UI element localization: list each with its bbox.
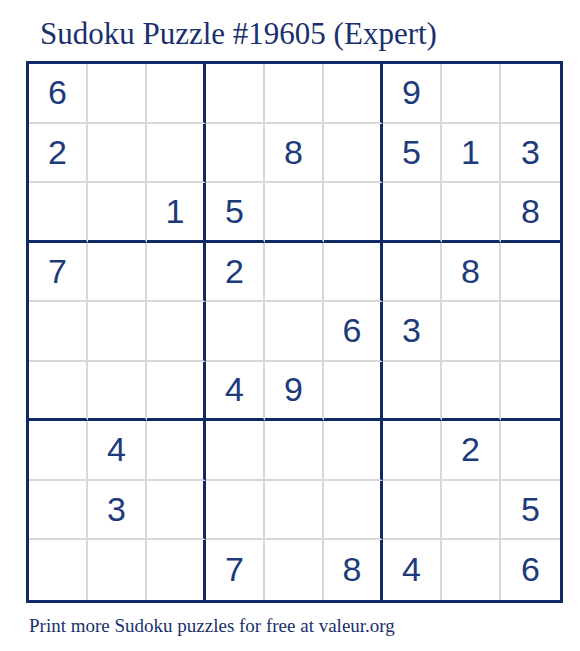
sudoku-cell[interactable] xyxy=(88,124,147,184)
sudoku-cell[interactable] xyxy=(147,302,206,362)
sudoku-cell[interactable] xyxy=(442,302,501,362)
sudoku-cell[interactable]: 5 xyxy=(206,183,265,243)
sudoku-cell[interactable]: 9 xyxy=(383,64,442,124)
footer-text: Print more Sudoku puzzles for free at va… xyxy=(29,615,395,637)
sudoku-cell[interactable]: 2 xyxy=(29,124,88,184)
sudoku-cell[interactable] xyxy=(324,124,383,184)
sudoku-cell[interactable] xyxy=(29,183,88,243)
sudoku-cell[interactable]: 5 xyxy=(383,124,442,184)
sudoku-cell[interactable]: 3 xyxy=(383,302,442,362)
sudoku-cell[interactable] xyxy=(501,302,560,362)
sudoku-cell[interactable] xyxy=(265,421,324,481)
sudoku-cell[interactable] xyxy=(29,540,88,600)
sudoku-cell[interactable]: 3 xyxy=(88,481,147,541)
sudoku-cell[interactable]: 6 xyxy=(501,540,560,600)
sudoku-cell[interactable] xyxy=(88,183,147,243)
sudoku-cell[interactable] xyxy=(501,421,560,481)
sudoku-cell[interactable] xyxy=(147,421,206,481)
sudoku-cell[interactable] xyxy=(147,540,206,600)
sudoku-cell[interactable]: 8 xyxy=(324,540,383,600)
sudoku-cell[interactable] xyxy=(265,302,324,362)
sudoku-cell[interactable]: 7 xyxy=(29,243,88,303)
sudoku-cell[interactable]: 6 xyxy=(324,302,383,362)
sudoku-cell[interactable] xyxy=(88,243,147,303)
sudoku-cell[interactable] xyxy=(501,64,560,124)
sudoku-cell[interactable] xyxy=(88,64,147,124)
sudoku-cell[interactable]: 8 xyxy=(265,124,324,184)
sudoku-cell[interactable] xyxy=(442,481,501,541)
sudoku-cell[interactable] xyxy=(265,64,324,124)
sudoku-cell[interactable]: 2 xyxy=(442,421,501,481)
sudoku-cell[interactable] xyxy=(442,183,501,243)
sudoku-cell[interactable] xyxy=(383,243,442,303)
sudoku-cell[interactable] xyxy=(147,243,206,303)
sudoku-cell[interactable]: 9 xyxy=(265,362,324,422)
sudoku-grid: 6928513158728634942357846 xyxy=(26,61,563,603)
sudoku-cell[interactable] xyxy=(147,481,206,541)
sudoku-cell[interactable] xyxy=(265,183,324,243)
sudoku-cell[interactable]: 2 xyxy=(206,243,265,303)
sudoku-cell[interactable] xyxy=(442,64,501,124)
sudoku-cell[interactable] xyxy=(147,362,206,422)
sudoku-cell[interactable] xyxy=(501,243,560,303)
sudoku-cell[interactable]: 1 xyxy=(147,183,206,243)
sudoku-cell[interactable] xyxy=(29,481,88,541)
sudoku-cell[interactable] xyxy=(324,481,383,541)
sudoku-cell[interactable] xyxy=(206,481,265,541)
sudoku-cell[interactable] xyxy=(324,362,383,422)
sudoku-cell[interactable] xyxy=(383,362,442,422)
sudoku-cell[interactable]: 4 xyxy=(206,362,265,422)
sudoku-cell[interactable]: 6 xyxy=(29,64,88,124)
sudoku-cell[interactable] xyxy=(29,302,88,362)
sudoku-cell[interactable] xyxy=(206,124,265,184)
sudoku-cell[interactable] xyxy=(265,481,324,541)
sudoku-cell[interactable]: 8 xyxy=(442,243,501,303)
sudoku-cell[interactable]: 4 xyxy=(88,421,147,481)
sudoku-cell[interactable]: 7 xyxy=(206,540,265,600)
sudoku-cell[interactable]: 5 xyxy=(501,481,560,541)
sudoku-cell[interactable]: 8 xyxy=(501,183,560,243)
sudoku-cell[interactable] xyxy=(206,64,265,124)
sudoku-cell[interactable] xyxy=(383,421,442,481)
sudoku-cell[interactable] xyxy=(442,540,501,600)
sudoku-cell[interactable] xyxy=(206,421,265,481)
sudoku-cell[interactable] xyxy=(88,302,147,362)
sudoku-cell[interactable] xyxy=(324,183,383,243)
sudoku-cell[interactable] xyxy=(324,421,383,481)
sudoku-cell[interactable] xyxy=(324,64,383,124)
sudoku-cell[interactable] xyxy=(324,243,383,303)
sudoku-cell[interactable] xyxy=(29,421,88,481)
sudoku-cell[interactable]: 3 xyxy=(501,124,560,184)
sudoku-cell[interactable]: 1 xyxy=(442,124,501,184)
sudoku-cell[interactable] xyxy=(88,362,147,422)
sudoku-cell[interactable] xyxy=(501,362,560,422)
sudoku-cell[interactable] xyxy=(147,64,206,124)
sudoku-cell[interactable] xyxy=(442,362,501,422)
sudoku-cell[interactable] xyxy=(265,243,324,303)
sudoku-cell[interactable] xyxy=(206,302,265,362)
sudoku-cell[interactable] xyxy=(29,362,88,422)
sudoku-cell[interactable] xyxy=(147,124,206,184)
sudoku-cell[interactable] xyxy=(383,183,442,243)
sudoku-cell[interactable] xyxy=(383,481,442,541)
sudoku-cell[interactable]: 4 xyxy=(383,540,442,600)
sudoku-cell[interactable] xyxy=(88,540,147,600)
page-title: Sudoku Puzzle #19605 (Expert) xyxy=(40,16,437,52)
sudoku-cell[interactable] xyxy=(265,540,324,600)
